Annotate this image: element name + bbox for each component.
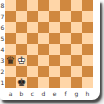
square-f1[interactable] (60, 77, 71, 88)
square-c7[interactable] (27, 11, 38, 22)
rank-label-4: 4 (0, 44, 5, 55)
square-d7[interactable] (38, 11, 49, 22)
square-a8[interactable] (5, 0, 16, 11)
square-c3[interactable] (27, 55, 38, 66)
square-e7[interactable] (49, 11, 60, 22)
square-h2[interactable] (82, 66, 93, 77)
square-a6[interactable] (5, 22, 16, 33)
square-c8[interactable] (27, 0, 38, 11)
square-d4[interactable] (38, 44, 49, 55)
rank-label-1: 1 (0, 77, 5, 88)
square-d1[interactable] (38, 77, 49, 88)
square-h4[interactable] (82, 44, 93, 55)
square-e8[interactable] (49, 0, 60, 11)
file-label-h: h (82, 89, 93, 98)
square-h3[interactable] (82, 55, 93, 66)
square-h1[interactable] (82, 77, 93, 88)
square-f2[interactable] (60, 66, 71, 77)
square-e6[interactable] (49, 22, 60, 33)
square-d5[interactable] (38, 33, 49, 44)
square-d3[interactable] (38, 55, 49, 66)
square-c2[interactable] (27, 66, 38, 77)
rank-label-2: 2 (0, 66, 5, 77)
square-d6[interactable] (38, 22, 49, 33)
square-f3[interactable] (60, 55, 71, 66)
square-b1[interactable]: ♚ (16, 77, 27, 88)
file-label-g: g (71, 89, 82, 98)
black-king[interactable]: ♚ (16, 77, 27, 88)
square-f6[interactable] (60, 22, 71, 33)
square-c4[interactable] (27, 44, 38, 55)
square-h8[interactable] (82, 0, 93, 11)
chess-diagram: ♛♚♔♚ 87654321 abcdefgh (0, 0, 104, 104)
square-e5[interactable] (49, 33, 60, 44)
square-a3[interactable]: ♛ (5, 55, 16, 66)
rank-label-7: 7 (0, 11, 5, 22)
square-f7[interactable] (60, 11, 71, 22)
square-b7[interactable] (16, 11, 27, 22)
square-e1[interactable] (49, 77, 60, 88)
square-a2[interactable] (5, 66, 16, 77)
square-h5[interactable] (82, 33, 93, 44)
square-b3[interactable]: ♚♔ (16, 55, 27, 66)
rank-label-8: 8 (0, 0, 5, 11)
rank-label-5: 5 (0, 33, 5, 44)
square-h7[interactable] (82, 11, 93, 22)
board-card: ♛♚♔♚ 87654321 abcdefgh (0, 0, 100, 100)
square-g3[interactable] (71, 55, 82, 66)
square-b6[interactable] (16, 22, 27, 33)
square-b2[interactable] (16, 66, 27, 77)
square-e3[interactable] (49, 55, 60, 66)
file-label-d: d (38, 89, 49, 98)
square-b5[interactable] (16, 33, 27, 44)
square-a5[interactable] (5, 33, 16, 44)
square-f8[interactable] (60, 0, 71, 11)
square-g1[interactable] (71, 77, 82, 88)
square-g4[interactable] (71, 44, 82, 55)
square-b4[interactable] (16, 44, 27, 55)
square-a4[interactable] (5, 44, 16, 55)
square-g2[interactable] (71, 66, 82, 77)
square-c6[interactable] (27, 22, 38, 33)
square-b8[interactable] (16, 0, 27, 11)
file-label-a: a (5, 89, 16, 98)
rank-label-6: 6 (0, 22, 5, 33)
chess-board: ♛♚♔♚ (5, 0, 93, 88)
file-label-e: e (49, 89, 60, 98)
square-c5[interactable] (27, 33, 38, 44)
white-king-fill[interactable]: ♚ (16, 55, 27, 66)
file-label-c: c (27, 89, 38, 98)
square-c1[interactable] (27, 77, 38, 88)
white-king[interactable]: ♔ (16, 55, 27, 66)
black-queen[interactable]: ♛ (5, 55, 16, 66)
square-g8[interactable] (71, 0, 82, 11)
square-e2[interactable] (49, 66, 60, 77)
square-a7[interactable] (5, 11, 16, 22)
square-f5[interactable] (60, 33, 71, 44)
square-a1[interactable] (5, 77, 16, 88)
square-g6[interactable] (71, 22, 82, 33)
square-h6[interactable] (82, 22, 93, 33)
square-e4[interactable] (49, 44, 60, 55)
square-d8[interactable] (38, 0, 49, 11)
file-label-b: b (16, 89, 27, 98)
square-g5[interactable] (71, 33, 82, 44)
square-f4[interactable] (60, 44, 71, 55)
square-d2[interactable] (38, 66, 49, 77)
rank-label-3: 3 (0, 55, 5, 66)
file-label-f: f (60, 89, 71, 98)
square-g7[interactable] (71, 11, 82, 22)
